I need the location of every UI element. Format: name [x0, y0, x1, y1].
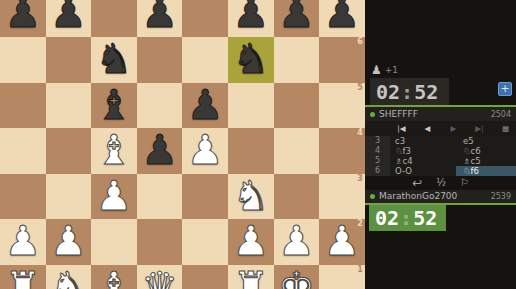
- square-c4[interactable]: ♝: [91, 128, 137, 174]
- square-c5[interactable]: ♝: [91, 83, 137, 129]
- game-action-bar: ↩½⚐: [365, 176, 516, 190]
- square-d3[interactable]: [137, 174, 183, 220]
- rank-label: 2: [357, 220, 363, 228]
- takeback-button[interactable]: ↩: [412, 176, 422, 190]
- black-pawn-a7[interactable]: ♟: [4, 0, 41, 37]
- move-number: 6: [365, 166, 390, 176]
- last-move-button[interactable]: ▶|: [473, 121, 486, 136]
- square-d5[interactable]: [137, 83, 183, 129]
- square-e6[interactable]: [182, 37, 228, 83]
- square-f1[interactable]: ♜: [228, 265, 274, 289]
- white-pawn-icon: ♟: [371, 64, 382, 76]
- white-pawn-b2[interactable]: ♟: [50, 219, 87, 265]
- square-d2[interactable]: [137, 219, 183, 265]
- first-move-button[interactable]: |◀: [395, 121, 408, 136]
- white-rook-f1[interactable]: ♜: [232, 265, 269, 289]
- white-knight-f3[interactable]: ♞: [232, 174, 269, 220]
- white-pawn-c3[interactable]: ♟: [96, 174, 133, 220]
- square-e3[interactable]: [182, 174, 228, 220]
- black-move[interactable]: ♗c5: [456, 156, 516, 166]
- square-c7[interactable]: [91, 0, 137, 37]
- bottom-player-rating: 2539: [491, 192, 511, 201]
- captured-pieces-tray: ♟ +1: [371, 62, 398, 77]
- white-move[interactable]: c3: [390, 136, 456, 146]
- rank-label: 1: [357, 266, 363, 274]
- square-h3[interactable]: 3: [319, 174, 365, 220]
- material-advantage: +1: [385, 65, 398, 75]
- black-knight-c6[interactable]: ♞: [96, 37, 133, 83]
- square-e7[interactable]: [182, 0, 228, 37]
- square-e2[interactable]: [182, 219, 228, 265]
- square-g5[interactable]: [274, 83, 320, 129]
- top-player-row[interactable]: SHEFFFF 2504: [365, 107, 516, 121]
- square-a4[interactable]: [0, 128, 46, 174]
- square-h5[interactable]: 5: [319, 83, 365, 129]
- square-d1[interactable]: ♛: [137, 265, 183, 289]
- white-move[interactable]: O-O: [390, 166, 456, 176]
- square-g6[interactable]: [274, 37, 320, 83]
- white-pawn-f2[interactable]: ♟: [232, 219, 269, 265]
- black-pawn-d7[interactable]: ♟: [141, 0, 178, 37]
- black-bishop-c5[interactable]: ♝: [96, 83, 133, 129]
- rank-label: 5: [357, 84, 363, 92]
- white-knight-b1[interactable]: ♞: [50, 265, 87, 289]
- rank-label: 6: [357, 38, 363, 46]
- square-d7[interactable]: ♟: [137, 0, 183, 37]
- online-indicator-icon: [370, 194, 375, 199]
- square-a7[interactable]: ♟: [0, 0, 46, 37]
- rank-label: 3: [357, 175, 363, 183]
- give-more-time-button[interactable]: +: [498, 82, 512, 96]
- black-pawn-f7[interactable]: ♟: [232, 0, 269, 37]
- black-pawn-g7[interactable]: ♟: [278, 0, 315, 37]
- top-player-rating: 2504: [491, 110, 511, 119]
- move-row: 3c3e5: [365, 136, 516, 146]
- move-number: 3: [365, 136, 390, 146]
- game-side-panel: ♟ +1 02:52 + SHEFFFF 2504 |◀◀▶▶|▦ 3c3e54…: [365, 0, 516, 289]
- square-a6[interactable]: [0, 37, 46, 83]
- square-a3[interactable]: [0, 174, 46, 220]
- prev-move-button[interactable]: ◀: [421, 121, 434, 136]
- white-move[interactable]: ♗c4: [390, 156, 456, 166]
- black-knight-f6[interactable]: ♞: [232, 37, 269, 83]
- square-e1[interactable]: [182, 265, 228, 289]
- black-move[interactable]: ♘f6: [456, 166, 516, 176]
- white-bishop-c1[interactable]: ♝: [96, 265, 133, 289]
- clock-colon: :: [399, 206, 413, 230]
- chess-board[interactable]: ♜♝♛♚♜♟♟♟♟♟♟♞♞6♝♟5♝♟♟4♟♞3♟♟♟♟♟2♜♞♝♛♜♚1: [0, 0, 365, 289]
- next-move-button[interactable]: ▶: [447, 121, 460, 136]
- top-player-clock: 02:52: [370, 78, 449, 105]
- square-f3[interactable]: ♞: [228, 174, 274, 220]
- resign-button[interactable]: ⚐: [460, 176, 469, 190]
- square-c2[interactable]: [91, 219, 137, 265]
- square-f6[interactable]: ♞: [228, 37, 274, 83]
- square-b1[interactable]: ♞: [46, 265, 92, 289]
- square-g1[interactable]: ♚: [274, 265, 320, 289]
- clock-colon: :: [400, 80, 414, 104]
- chess-game-screen: ♜♝♛♚♜♟♟♟♟♟♟♞♞6♝♟5♝♟♟4♟♞3♟♟♟♟♟2♜♞♝♛♜♚1 ♟ …: [0, 0, 516, 289]
- square-h7[interactable]: ♟: [319, 0, 365, 37]
- white-king-g1[interactable]: ♚: [278, 265, 315, 289]
- square-b5[interactable]: [46, 83, 92, 129]
- offer-draw-button[interactable]: ½: [436, 176, 446, 190]
- bottom-player-name[interactable]: MarathonGo2700: [379, 191, 487, 201]
- clock-seconds: 52: [414, 80, 438, 104]
- square-d6[interactable]: [137, 37, 183, 83]
- white-bishop-c4[interactable]: ♝: [96, 128, 133, 174]
- square-h4[interactable]: 4: [319, 128, 365, 174]
- square-d4[interactable]: ♟: [137, 128, 183, 174]
- square-b7[interactable]: ♟: [46, 0, 92, 37]
- square-h6[interactable]: 6: [319, 37, 365, 83]
- black-pawn-d4[interactable]: ♟: [141, 128, 178, 174]
- square-b3[interactable]: [46, 174, 92, 220]
- square-g7[interactable]: ♟: [274, 0, 320, 37]
- square-f2[interactable]: ♟: [228, 219, 274, 265]
- square-e4[interactable]: ♟: [182, 128, 228, 174]
- square-c3[interactable]: ♟: [91, 174, 137, 220]
- square-c6[interactable]: ♞: [91, 37, 137, 83]
- white-pawn-a2[interactable]: ♟: [4, 219, 41, 265]
- move-row: 6O-O♘f6: [365, 166, 516, 176]
- square-b2[interactable]: ♟: [46, 219, 92, 265]
- square-g4[interactable]: [274, 128, 320, 174]
- square-g3[interactable]: [274, 174, 320, 220]
- black-move[interactable]: e5: [456, 136, 516, 146]
- bottom-player-row[interactable]: MarathonGo2700 2539: [365, 190, 516, 203]
- black-pawn-b7[interactable]: ♟: [50, 0, 87, 37]
- square-h1[interactable]: 1: [319, 265, 365, 289]
- move-number: 5: [365, 156, 390, 166]
- move-list: 3c3e54♘f3♘c65♗c4♗c56O-O♘f6: [365, 136, 516, 176]
- square-g2[interactable]: ♟: [274, 219, 320, 265]
- square-a5[interactable]: [0, 83, 46, 129]
- bottom-player-clock-active: 02:52: [369, 205, 446, 231]
- white-rook-a1[interactable]: ♜: [4, 265, 41, 289]
- move-row: 5♗c4♗c5: [365, 156, 516, 166]
- chess-board-viewport: ♜♝♛♚♜♟♟♟♟♟♟♞♞6♝♟5♝♟♟4♟♞3♟♟♟♟♟2♜♞♝♛♜♚1: [0, 0, 365, 289]
- black-pawn-h7[interactable]: ♟: [324, 0, 361, 37]
- square-a1[interactable]: ♜: [0, 265, 46, 289]
- white-move[interactable]: ♘f3: [390, 146, 456, 156]
- clock-minutes: 02: [376, 80, 400, 104]
- square-b6[interactable]: [46, 37, 92, 83]
- move-navigation-bar: |◀◀▶▶|▦: [365, 121, 516, 136]
- white-queen-d1[interactable]: ♛: [141, 265, 178, 289]
- analysis-board-move-button[interactable]: ▦: [499, 121, 512, 136]
- clock-minutes: 02: [375, 206, 399, 230]
- white-pawn-h2[interactable]: ♟: [324, 219, 361, 265]
- clock-seconds: 52: [413, 206, 437, 230]
- white-pawn-g2[interactable]: ♟: [278, 219, 315, 265]
- black-pawn-e5[interactable]: ♟: [187, 83, 224, 129]
- square-c1[interactable]: ♝: [91, 265, 137, 289]
- square-h2[interactable]: ♟2: [319, 219, 365, 265]
- square-e5[interactable]: ♟: [182, 83, 228, 129]
- black-move[interactable]: ♘c6: [456, 146, 516, 156]
- online-indicator-icon: [370, 112, 375, 117]
- move-number: 4: [365, 146, 390, 156]
- move-row: 4♘f3♘c6: [365, 146, 516, 156]
- square-f7[interactable]: ♟: [228, 0, 274, 37]
- square-a2[interactable]: ♟: [0, 219, 46, 265]
- square-b4[interactable]: [46, 128, 92, 174]
- rank-label: 4: [357, 129, 363, 137]
- top-player-name[interactable]: SHEFFFF: [379, 109, 487, 119]
- square-f5[interactable]: [228, 83, 274, 129]
- white-pawn-e4[interactable]: ♟: [187, 128, 224, 174]
- square-f4[interactable]: [228, 128, 274, 174]
